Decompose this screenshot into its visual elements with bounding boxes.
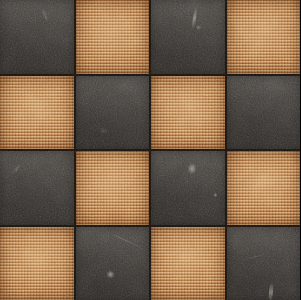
board-square-r3c3-dark[interactable] [227, 227, 301, 300]
scuff-mark [268, 281, 274, 300]
board-square-r2c0-dark[interactable] [0, 151, 74, 225]
scuff-mark [191, 6, 198, 30]
board-square-r1c3-dark[interactable] [227, 76, 301, 150]
scuff-mark [195, 24, 202, 31]
scuff-mark [107, 231, 145, 250]
board-square-r2c2-dark[interactable] [151, 151, 225, 225]
board-square-r0c1-light[interactable] [76, 0, 150, 74]
board-square-r1c1-dark[interactable] [76, 76, 150, 150]
scuff-mark [186, 161, 198, 176]
board-square-r3c2-light[interactable] [151, 227, 225, 300]
board-square-r0c0-dark[interactable] [0, 0, 74, 74]
board-square-r3c1-dark[interactable] [76, 227, 150, 300]
scuff-mark [242, 252, 271, 261]
board-square-r1c0-light[interactable] [0, 76, 74, 150]
board-square-r2c1-light[interactable] [76, 151, 150, 225]
board-square-r2c3-light[interactable] [227, 151, 301, 225]
checkerboard [0, 0, 300, 300]
board-square-r0c3-light[interactable] [227, 0, 301, 74]
board-square-r0c2-dark[interactable] [151, 0, 225, 74]
board-square-r3c0-light[interactable] [0, 227, 74, 300]
scuff-mark [42, 10, 49, 21]
scuff-mark [11, 163, 22, 176]
checkerboard-texture-image [0, 0, 300, 300]
board-square-r1c2-light[interactable] [151, 76, 225, 150]
scuff-mark [105, 269, 116, 280]
scuff-mark [213, 192, 218, 198]
scuff-mark [98, 127, 110, 135]
